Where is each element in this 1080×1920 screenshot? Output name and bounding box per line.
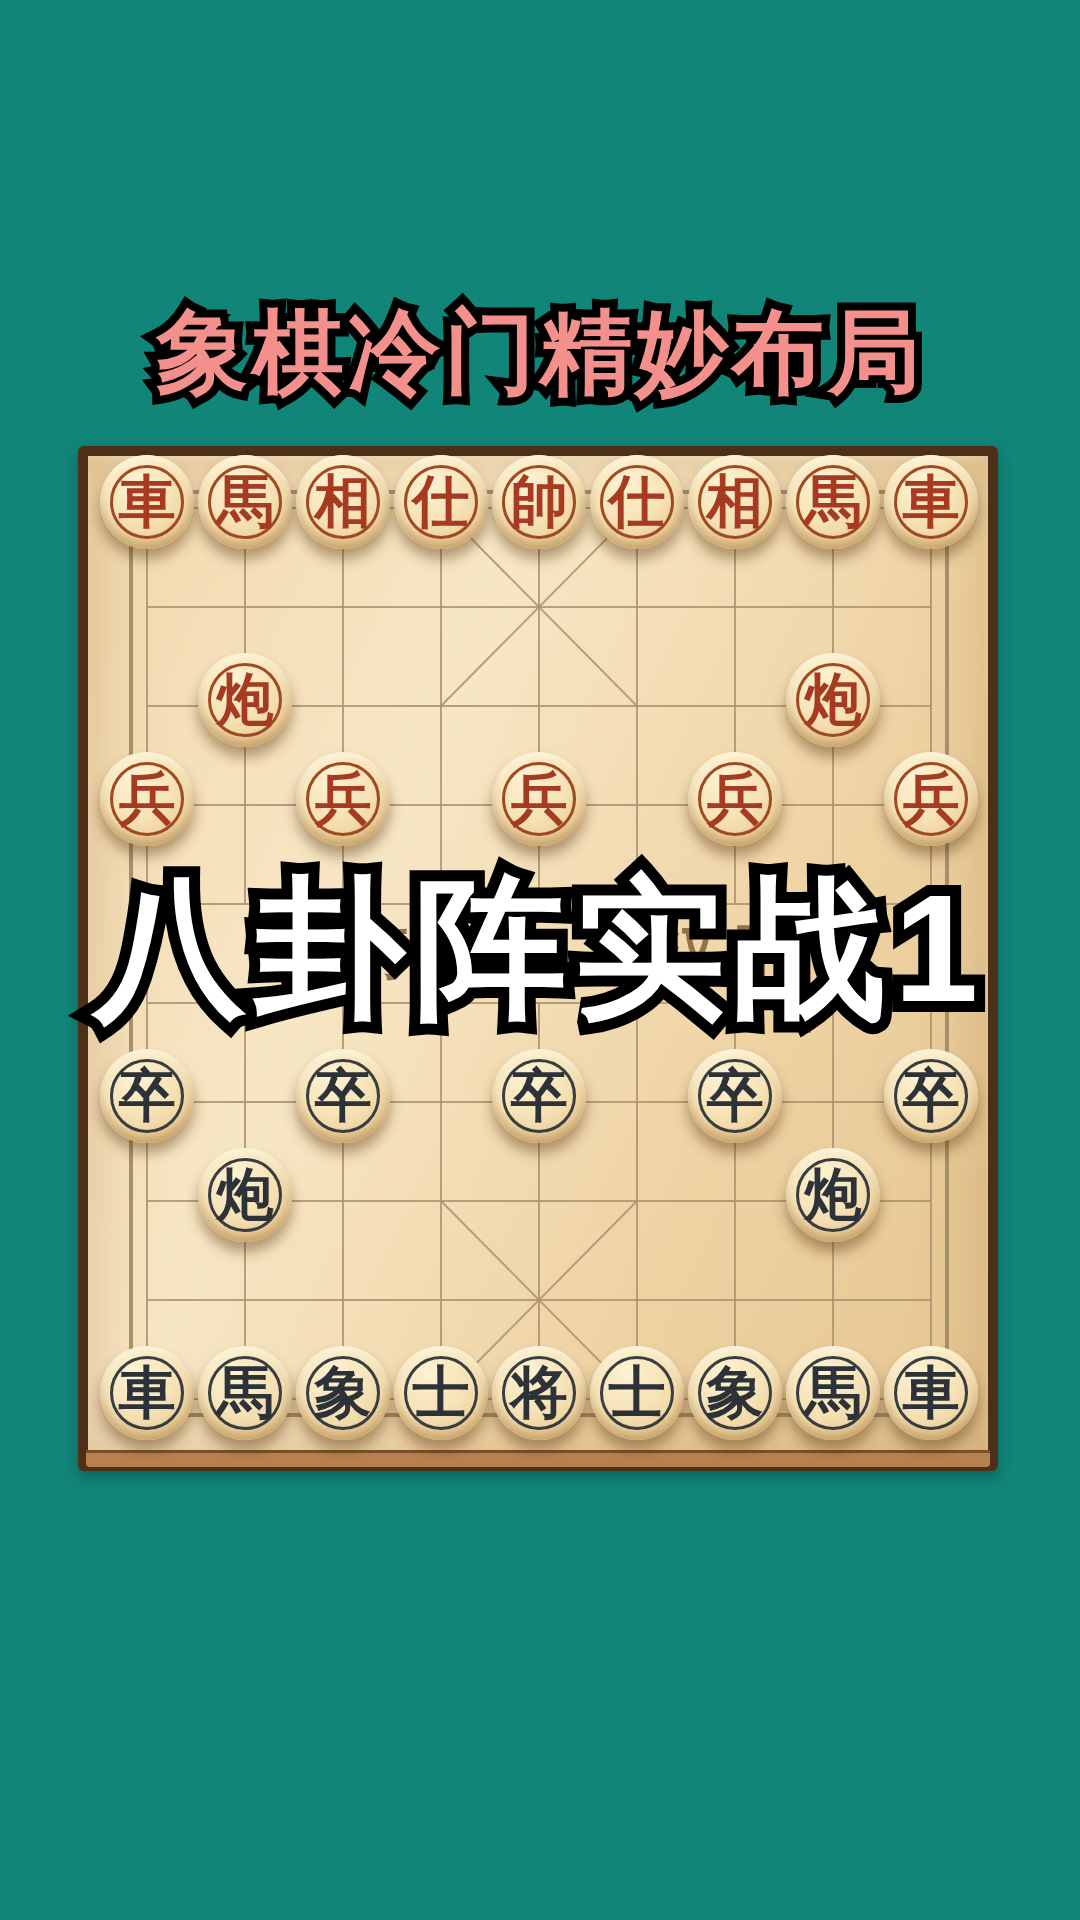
piece-black-soldier[interactable]: 卒 xyxy=(492,1049,586,1143)
piece-red-soldier[interactable]: 兵 xyxy=(296,752,390,846)
piece-red-cannon[interactable]: 炮 xyxy=(198,653,292,747)
piece-glyph: 馬 xyxy=(786,1346,880,1440)
page-title: 象棋冷门精妙布局 象棋冷门精妙布局 xyxy=(0,306,1080,398)
piece-black-chariot[interactable]: 車 xyxy=(884,1346,978,1440)
piece-black-cannon[interactable]: 炮 xyxy=(198,1148,292,1242)
piece-black-chariot[interactable]: 車 xyxy=(100,1346,194,1440)
piece-glyph: 車 xyxy=(100,1346,194,1440)
piece-red-soldier[interactable]: 兵 xyxy=(884,752,978,846)
piece-glyph: 兵 xyxy=(492,752,586,846)
piece-glyph: 象 xyxy=(296,1346,390,1440)
piece-black-elephant[interactable]: 象 xyxy=(296,1346,390,1440)
piece-glyph: 卒 xyxy=(296,1049,390,1143)
piece-red-elephant[interactable]: 相 xyxy=(688,455,782,549)
piece-glyph: 相 xyxy=(688,455,782,549)
piece-black-cannon[interactable]: 炮 xyxy=(786,1148,880,1242)
piece-glyph: 炮 xyxy=(198,1148,292,1242)
overlay-caption-text: 八卦阵实战1 xyxy=(94,872,987,1024)
piece-black-horse[interactable]: 馬 xyxy=(786,1346,880,1440)
piece-glyph: 象 xyxy=(688,1346,782,1440)
video-frame: 象棋冷门精妙布局 象棋冷门精妙布局 楚河 汉界 車馬相仕帥仕相馬車炮炮兵兵兵兵兵… xyxy=(0,0,1080,1920)
piece-red-cannon[interactable]: 炮 xyxy=(786,653,880,747)
piece-glyph: 兵 xyxy=(688,752,782,846)
piece-black-advisor[interactable]: 士 xyxy=(590,1346,684,1440)
overlay-caption: 八卦阵实战1 八卦阵实战1 xyxy=(0,872,1080,1024)
piece-red-soldier[interactable]: 兵 xyxy=(100,752,194,846)
piece-black-soldier[interactable]: 卒 xyxy=(688,1049,782,1143)
piece-black-soldier[interactable]: 卒 xyxy=(100,1049,194,1143)
piece-black-general[interactable]: 将 xyxy=(492,1346,586,1440)
piece-red-soldier[interactable]: 兵 xyxy=(688,752,782,846)
piece-glyph: 仕 xyxy=(590,455,684,549)
piece-glyph: 将 xyxy=(492,1346,586,1440)
piece-black-elephant[interactable]: 象 xyxy=(688,1346,782,1440)
piece-red-chariot[interactable]: 車 xyxy=(100,455,194,549)
piece-black-soldier[interactable]: 卒 xyxy=(884,1049,978,1143)
piece-black-horse[interactable]: 馬 xyxy=(198,1346,292,1440)
piece-red-soldier[interactable]: 兵 xyxy=(492,752,586,846)
piece-glyph: 車 xyxy=(884,1346,978,1440)
piece-red-advisor[interactable]: 仕 xyxy=(590,455,684,549)
piece-glyph: 馬 xyxy=(198,1346,292,1440)
piece-black-soldier[interactable]: 卒 xyxy=(296,1049,390,1143)
piece-glyph: 炮 xyxy=(786,653,880,747)
piece-red-elephant[interactable]: 相 xyxy=(296,455,390,549)
piece-red-horse[interactable]: 馬 xyxy=(198,455,292,549)
piece-glyph: 士 xyxy=(394,1346,488,1440)
piece-glyph: 卒 xyxy=(100,1049,194,1143)
piece-glyph: 卒 xyxy=(884,1049,978,1143)
piece-red-horse[interactable]: 馬 xyxy=(786,455,880,549)
page-title-text: 象棋冷门精妙布局 xyxy=(156,306,924,398)
piece-glyph: 仕 xyxy=(394,455,488,549)
piece-red-general[interactable]: 帥 xyxy=(492,455,586,549)
piece-glyph: 帥 xyxy=(492,455,586,549)
piece-glyph: 炮 xyxy=(786,1148,880,1242)
piece-glyph: 車 xyxy=(100,455,194,549)
piece-black-advisor[interactable]: 士 xyxy=(394,1346,488,1440)
piece-glyph: 兵 xyxy=(100,752,194,846)
piece-glyph: 兵 xyxy=(296,752,390,846)
piece-glyph: 兵 xyxy=(884,752,978,846)
piece-glyph: 卒 xyxy=(688,1049,782,1143)
piece-glyph: 炮 xyxy=(198,653,292,747)
piece-glyph: 相 xyxy=(296,455,390,549)
piece-glyph: 卒 xyxy=(492,1049,586,1143)
piece-glyph: 士 xyxy=(590,1346,684,1440)
piece-glyph: 馬 xyxy=(198,455,292,549)
piece-red-chariot[interactable]: 車 xyxy=(884,455,978,549)
piece-glyph: 馬 xyxy=(786,455,880,549)
piece-glyph: 車 xyxy=(884,455,978,549)
piece-red-advisor[interactable]: 仕 xyxy=(394,455,488,549)
